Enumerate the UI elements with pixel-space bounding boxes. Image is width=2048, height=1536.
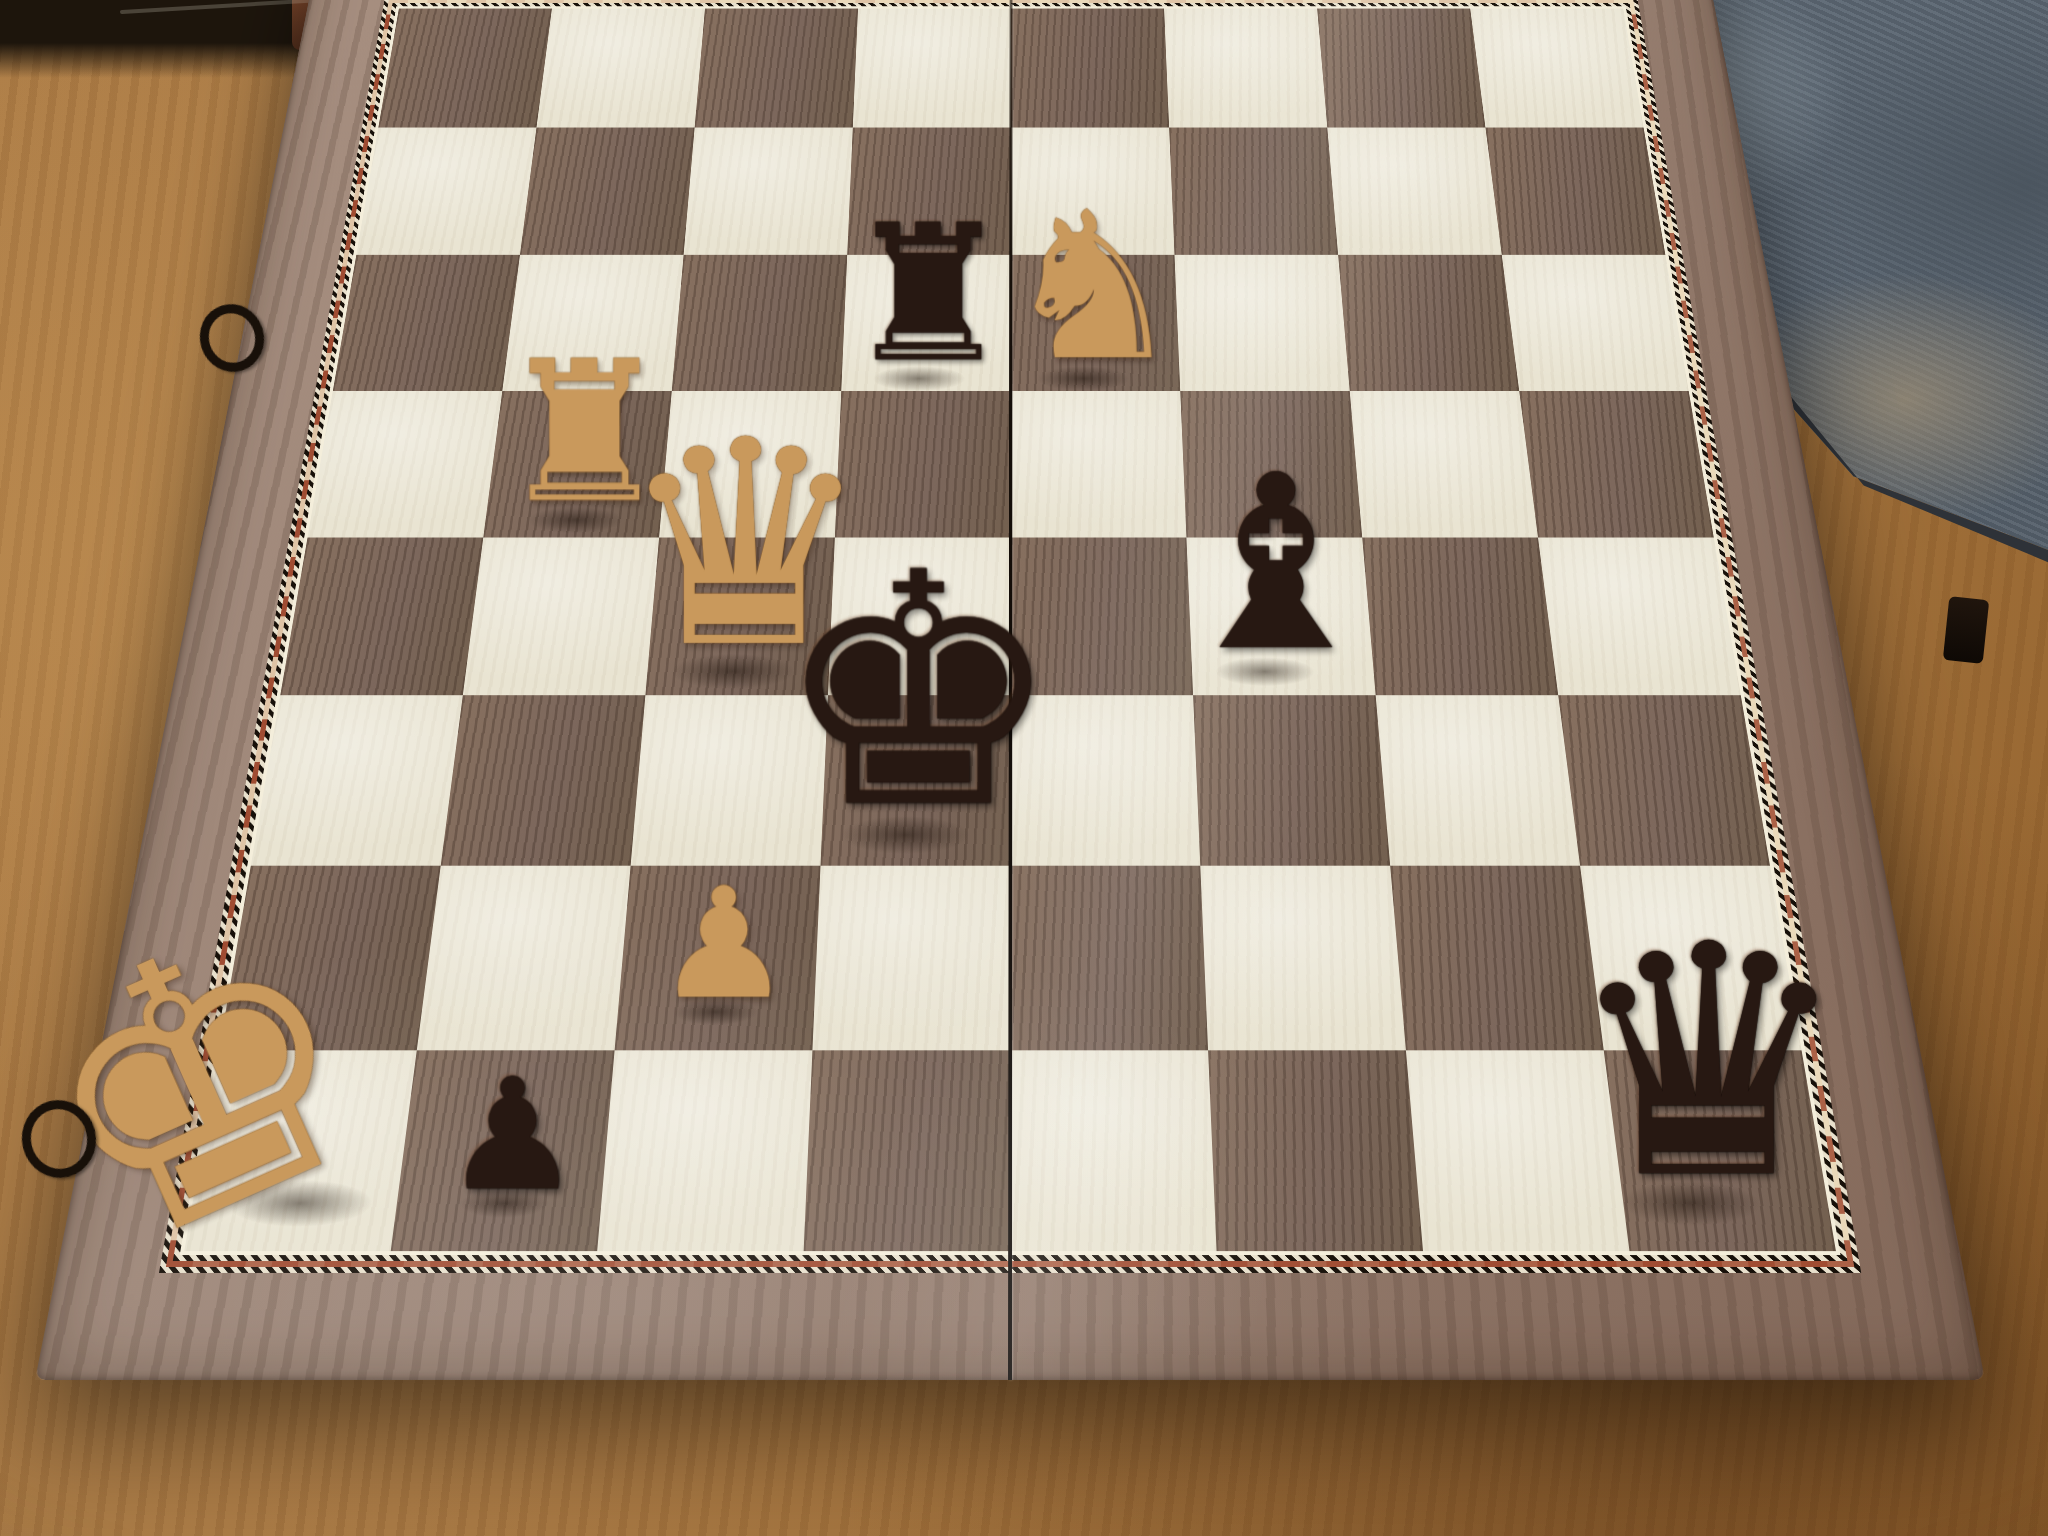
square-d1 bbox=[804, 1050, 1011, 1251]
square-g3 bbox=[1376, 695, 1580, 865]
square-e1 bbox=[1010, 1050, 1216, 1251]
square-b1 bbox=[391, 1050, 615, 1251]
square-f3 bbox=[1193, 695, 1390, 865]
square-f8 bbox=[1164, 9, 1327, 128]
square-c3 bbox=[631, 695, 828, 865]
square-e7 bbox=[1011, 128, 1175, 255]
square-f7 bbox=[1169, 128, 1338, 255]
square-e2 bbox=[1010, 866, 1208, 1051]
square-d8 bbox=[853, 9, 1011, 128]
square-h3 bbox=[1558, 695, 1770, 865]
square-a3 bbox=[251, 695, 463, 865]
square-b6 bbox=[502, 255, 683, 391]
square-d5 bbox=[835, 391, 1011, 537]
fold-seam bbox=[1008, 0, 1013, 1380]
square-h4 bbox=[1538, 538, 1741, 696]
square-b3 bbox=[441, 695, 646, 865]
square-g7 bbox=[1327, 128, 1501, 255]
square-c4 bbox=[645, 538, 834, 696]
square-b2 bbox=[417, 866, 631, 1051]
square-c5 bbox=[659, 391, 841, 537]
square-c7 bbox=[684, 128, 853, 255]
square-c6 bbox=[672, 255, 847, 391]
square-e8 bbox=[1011, 9, 1169, 128]
square-g6 bbox=[1338, 255, 1519, 391]
square-f5 bbox=[1180, 391, 1362, 537]
square-a8 bbox=[378, 9, 552, 128]
square-d7 bbox=[847, 128, 1011, 255]
square-g2 bbox=[1390, 866, 1604, 1051]
square-d4 bbox=[828, 538, 1011, 696]
square-d2 bbox=[812, 866, 1010, 1051]
square-f1 bbox=[1208, 1050, 1423, 1251]
square-d6 bbox=[841, 255, 1011, 391]
board-frame bbox=[35, 0, 1985, 1380]
square-h8 bbox=[1470, 9, 1643, 128]
square-d3 bbox=[821, 695, 1011, 865]
square-h6 bbox=[1502, 255, 1689, 391]
square-b4 bbox=[463, 538, 659, 696]
square-g4 bbox=[1362, 538, 1558, 696]
square-f6 bbox=[1174, 255, 1349, 391]
square-a7 bbox=[356, 128, 536, 255]
square-g5 bbox=[1350, 391, 1538, 537]
square-b5 bbox=[483, 391, 671, 537]
square-a2 bbox=[219, 866, 441, 1051]
square-b8 bbox=[536, 9, 704, 128]
square-h7 bbox=[1485, 128, 1665, 255]
square-e5 bbox=[1011, 391, 1187, 537]
square-c2 bbox=[615, 866, 821, 1051]
square-g8 bbox=[1317, 9, 1485, 128]
chess-board: ♜♞♜♛♝♚♟♚♟♛ bbox=[35, 0, 1985, 1380]
corner-shadow bbox=[0, 0, 260, 330]
square-e4 bbox=[1011, 538, 1194, 696]
square-g1 bbox=[1406, 1050, 1630, 1251]
square-f2 bbox=[1200, 866, 1406, 1051]
square-e3 bbox=[1010, 695, 1200, 865]
photo-scene: ♜♞♜♛♝♚♟♚♟♛ bbox=[0, 0, 2048, 1536]
square-c1 bbox=[597, 1050, 812, 1251]
square-a4 bbox=[280, 538, 483, 696]
square-a6 bbox=[333, 255, 520, 391]
square-a1 bbox=[184, 1050, 417, 1251]
square-c8 bbox=[695, 9, 858, 128]
latch-icon bbox=[1943, 596, 1989, 664]
square-h2 bbox=[1580, 866, 1802, 1051]
square-f4 bbox=[1186, 538, 1375, 696]
square-h5 bbox=[1519, 391, 1714, 537]
square-a5 bbox=[308, 391, 503, 537]
square-e6 bbox=[1011, 255, 1180, 391]
square-b7 bbox=[520, 128, 695, 255]
square-h1 bbox=[1604, 1050, 1836, 1251]
